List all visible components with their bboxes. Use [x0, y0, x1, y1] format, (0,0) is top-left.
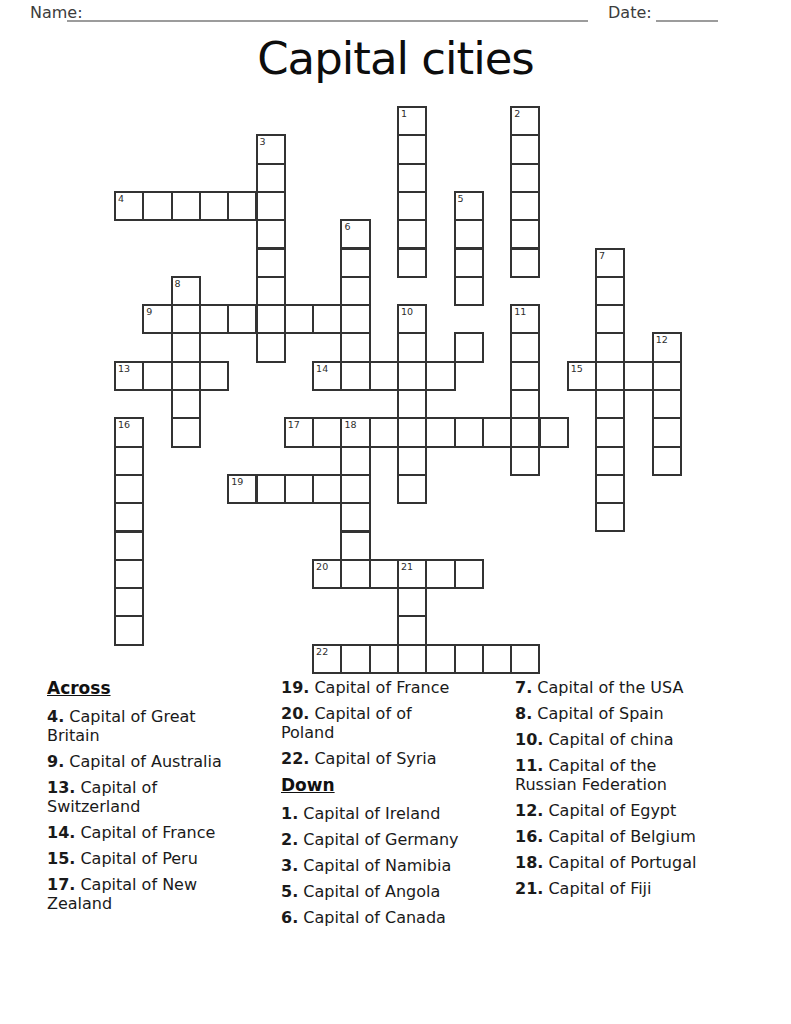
- grid-cell-r2c5[interactable]: [256, 163, 286, 193]
- grid-cell-r12c19[interactable]: [652, 446, 682, 476]
- grid-cell-r12c8[interactable]: [340, 446, 370, 476]
- cell-number: 12: [656, 334, 668, 345]
- cell-number: 1: [401, 108, 407, 119]
- clue-across-4: 4. Capital of Great Britain: [47, 707, 239, 745]
- grid-cell-r12c17[interactable]: [595, 446, 625, 476]
- grid-cell-r18c10[interactable]: [397, 615, 427, 645]
- grid-cell-r11c2[interactable]: [171, 417, 201, 447]
- grid-cell-r11c14[interactable]: [510, 417, 540, 447]
- cell-number: 19: [231, 476, 243, 487]
- grid-cell-r2c10[interactable]: [397, 163, 427, 193]
- clue-across-13: 13. Capital of Switzerland: [47, 778, 239, 816]
- grid-cell-r11c8[interactable]: 18: [340, 417, 370, 447]
- grid-cell-r11c17[interactable]: [595, 417, 625, 447]
- grid-cell-r6c2[interactable]: 8: [171, 276, 201, 306]
- grid-cell-r0c10[interactable]: 1: [397, 106, 427, 136]
- grid-cell-r8c14[interactable]: [510, 332, 540, 362]
- cell-number: 16: [118, 419, 130, 430]
- grid-cell-r9c10[interactable]: [397, 361, 427, 391]
- grid-cell-r12c0[interactable]: [114, 446, 144, 476]
- grid-cell-r11c19[interactable]: [652, 417, 682, 447]
- cell-number: 5: [458, 193, 464, 204]
- grid-cell-r16c8[interactable]: [340, 559, 370, 589]
- grid-cell-r11c11[interactable]: [425, 417, 455, 447]
- grid-cell-r9c17[interactable]: [595, 361, 625, 391]
- grid-cell-r14c8[interactable]: [340, 502, 370, 532]
- clue-across-17: 17. Capital of New Zealand: [47, 875, 239, 913]
- crossword-grid: 12345678910111213141516171819202122: [114, 106, 684, 676]
- clue-across-15: 15. Capital of Peru: [47, 849, 239, 868]
- grid-cell-r14c0[interactable]: [114, 502, 144, 532]
- clue-down-8: 8. Capital of Spain: [515, 704, 710, 723]
- grid-cell-r13c17[interactable]: [595, 474, 625, 504]
- cell-number: 6: [344, 221, 350, 232]
- grid-cell-r4c10[interactable]: [397, 219, 427, 249]
- grid-cell-r11c15[interactable]: [539, 417, 569, 447]
- grid-cell-r11c6[interactable]: 17: [284, 417, 314, 447]
- grid-cell-r9c16[interactable]: 15: [567, 361, 597, 391]
- grid-cell-r4c8[interactable]: 6: [340, 219, 370, 249]
- grid-cell-r12c10[interactable]: [397, 446, 427, 476]
- grid-cell-r13c0[interactable]: [114, 474, 144, 504]
- cell-number: 9: [146, 306, 152, 317]
- grid-cell-r8c10[interactable]: [397, 332, 427, 362]
- grid-cell-r13c5[interactable]: [256, 474, 286, 504]
- grid-cell-r16c0[interactable]: [114, 559, 144, 589]
- grid-cell-r5c12[interactable]: [454, 248, 484, 278]
- cell-number: 18: [344, 419, 356, 430]
- grid-cell-r9c14[interactable]: [510, 361, 540, 391]
- grid-cell-r11c7[interactable]: [312, 417, 342, 447]
- grid-cell-r7c2[interactable]: [171, 304, 201, 334]
- grid-cell-r8c17[interactable]: [595, 332, 625, 362]
- grid-cell-r13c8[interactable]: [340, 474, 370, 504]
- cell-number: 15: [571, 363, 583, 374]
- clue-down-18: 18. Capital of Portugal: [515, 853, 710, 872]
- cell-number: 4: [118, 193, 124, 204]
- grid-cell-r18c0[interactable]: [114, 615, 144, 645]
- clue-across-22: 22. Capital of Syria: [281, 749, 465, 768]
- clue-across-19: 19. Capital of France: [281, 678, 465, 697]
- grid-cell-r17c0[interactable]: [114, 587, 144, 617]
- grid-cell-r4c12[interactable]: [454, 219, 484, 249]
- clue-across-14: 14. Capital of France: [47, 823, 239, 842]
- grid-cell-r16c7[interactable]: 20: [312, 559, 342, 589]
- clue-down-3: 3. Capital of Namibia: [281, 856, 465, 875]
- clues-column-middle: 19. Capital of France20. Capital of of P…: [281, 678, 465, 934]
- grid-cell-r19c8[interactable]: [340, 644, 370, 674]
- grid-cell-r3c4[interactable]: [227, 191, 257, 221]
- grid-cell-r5c14[interactable]: [510, 248, 540, 278]
- grid-cell-r13c4[interactable]: 19: [227, 474, 257, 504]
- cell-number: 3: [260, 136, 266, 147]
- grid-cell-r3c1[interactable]: [142, 191, 172, 221]
- grid-cell-r7c1[interactable]: 9: [142, 304, 172, 334]
- grid-cell-r7c7[interactable]: [312, 304, 342, 334]
- grid-cell-r2c14[interactable]: [510, 163, 540, 193]
- clue-down-11: 11. Capital of the Russian Federation: [515, 756, 710, 794]
- grid-cell-r6c8[interactable]: [340, 276, 370, 306]
- clue-across-9: 9. Capital of Australia: [47, 752, 239, 771]
- puzzle-title: Capital cities: [0, 36, 791, 81]
- grid-cell-r5c5[interactable]: [256, 248, 286, 278]
- grid-cell-r1c10[interactable]: [397, 134, 427, 164]
- grid-cell-r11c12[interactable]: [454, 417, 484, 447]
- cell-number: 13: [118, 363, 130, 374]
- grid-cell-r7c4[interactable]: [227, 304, 257, 334]
- cell-number: 7: [599, 250, 605, 261]
- clue-down-2: 2. Capital of Germany: [281, 830, 465, 849]
- cell-number: 10: [401, 306, 413, 317]
- grid-cell-r19c12[interactable]: [454, 644, 484, 674]
- grid-cell-r7c8[interactable]: [340, 304, 370, 334]
- grid-cell-r16c12[interactable]: [454, 559, 484, 589]
- name-input-line[interactable]: [67, 4, 588, 22]
- grid-cell-r6c17[interactable]: [595, 276, 625, 306]
- clue-down-10: 10. Capital of china: [515, 730, 710, 749]
- grid-cell-r10c17[interactable]: [595, 389, 625, 419]
- clue-down-16: 16. Capital of Belgium: [515, 827, 710, 846]
- grid-cell-r7c14[interactable]: 11: [510, 304, 540, 334]
- grid-cell-r3c2[interactable]: [171, 191, 201, 221]
- grid-cell-r19c7[interactable]: 22: [312, 644, 342, 674]
- grid-cell-r11c9[interactable]: [369, 417, 399, 447]
- grid-cell-r12c14[interactable]: [510, 446, 540, 476]
- grid-cell-r4c5[interactable]: [256, 219, 286, 249]
- grid-cell-r15c8[interactable]: [340, 531, 370, 561]
- grid-cell-r6c12[interactable]: [454, 276, 484, 306]
- cell-number: 22: [316, 646, 328, 657]
- cell-number: 21: [401, 561, 413, 572]
- grid-cell-r9c18[interactable]: [623, 361, 653, 391]
- grid-cell-r16c10[interactable]: 21: [397, 559, 427, 589]
- grid-cell-r19c13[interactable]: [482, 644, 512, 674]
- grid-cell-r7c3[interactable]: [199, 304, 229, 334]
- grid-cell-r3c5[interactable]: [256, 191, 286, 221]
- grid-cell-r4c14[interactable]: [510, 219, 540, 249]
- grid-cell-r9c11[interactable]: [425, 361, 455, 391]
- grid-cell-r17c10[interactable]: [397, 587, 427, 617]
- across-heading: Across: [47, 678, 239, 698]
- grid-cell-r10c19[interactable]: [652, 389, 682, 419]
- grid-cell-r7c10[interactable]: 10: [397, 304, 427, 334]
- grid-cell-r9c7[interactable]: 14: [312, 361, 342, 391]
- grid-cell-r19c14[interactable]: [510, 644, 540, 674]
- grid-cell-r7c17[interactable]: [595, 304, 625, 334]
- grid-cell-r3c3[interactable]: [199, 191, 229, 221]
- cell-number: 20: [316, 561, 328, 572]
- grid-cell-r9c8[interactable]: [340, 361, 370, 391]
- clue-down-21: 21. Capital of Fiji: [515, 879, 710, 898]
- grid-cell-r7c5[interactable]: [256, 304, 286, 334]
- grid-cell-r0c14[interactable]: 2: [510, 106, 540, 136]
- grid-cell-r16c11[interactable]: [425, 559, 455, 589]
- grid-cell-r9c9[interactable]: [369, 361, 399, 391]
- grid-cell-r19c9[interactable]: [369, 644, 399, 674]
- grid-cell-r15c0[interactable]: [114, 531, 144, 561]
- clue-down-6: 6. Capital of Canada: [281, 908, 465, 927]
- grid-cell-r19c11[interactable]: [425, 644, 455, 674]
- grid-cell-r5c10[interactable]: [397, 248, 427, 278]
- grid-cell-r16c9[interactable]: [369, 559, 399, 589]
- grid-cell-r11c10[interactable]: [397, 417, 427, 447]
- grid-cell-r3c0[interactable]: 4: [114, 191, 144, 221]
- down-heading: Down: [281, 775, 465, 795]
- grid-cell-r14c17[interactable]: [595, 502, 625, 532]
- cell-number: 8: [175, 278, 181, 289]
- clues-column-right: 7. Capital of the USA8. Capital of Spain…: [515, 678, 710, 905]
- grid-cell-r10c10[interactable]: [397, 389, 427, 419]
- grid-cell-r9c0[interactable]: 13: [114, 361, 144, 391]
- grid-cell-r13c10[interactable]: [397, 474, 427, 504]
- clue-down-5: 5. Capital of Angola: [281, 882, 465, 901]
- grid-cell-r13c6[interactable]: [284, 474, 314, 504]
- grid-cell-r3c10[interactable]: [397, 191, 427, 221]
- cell-number: 2: [514, 108, 520, 119]
- cell-number: 14: [316, 363, 328, 374]
- grid-cell-r3c12[interactable]: 5: [454, 191, 484, 221]
- grid-cell-r9c3[interactable]: [199, 361, 229, 391]
- grid-cell-r8c2[interactable]: [171, 332, 201, 362]
- grid-cell-r11c13[interactable]: [482, 417, 512, 447]
- grid-cell-r5c8[interactable]: [340, 248, 370, 278]
- grid-cell-r8c19[interactable]: 12: [652, 332, 682, 362]
- grid-cell-r3c14[interactable]: [510, 191, 540, 221]
- cell-number: 17: [288, 419, 300, 430]
- clue-down-1: 1. Capital of Ireland: [281, 804, 465, 823]
- clues-column-left: Across4. Capital of Great Britain9. Capi…: [47, 678, 239, 920]
- grid-cell-r19c10[interactable]: [397, 644, 427, 674]
- cell-number: 11: [514, 306, 526, 317]
- date-label: Date:: [608, 3, 652, 22]
- grid-cell-r9c19[interactable]: [652, 361, 682, 391]
- clue-down-12: 12. Capital of Egypt: [515, 801, 710, 820]
- grid-cell-r6c5[interactable]: [256, 276, 286, 306]
- grid-cell-r9c2[interactable]: [171, 361, 201, 391]
- grid-cell-r5c17[interactable]: 7: [595, 248, 625, 278]
- grid-cell-r1c14[interactable]: [510, 134, 540, 164]
- grid-cell-r8c12[interactable]: [454, 332, 484, 362]
- date-input-line[interactable]: [656, 4, 718, 22]
- grid-cell-r13c7[interactable]: [312, 474, 342, 504]
- grid-cell-r8c5[interactable]: [256, 332, 286, 362]
- grid-cell-r11c0[interactable]: 16: [114, 417, 144, 447]
- grid-cell-r1c5[interactable]: 3: [256, 134, 286, 164]
- grid-cell-r10c14[interactable]: [510, 389, 540, 419]
- clue-across-20: 20. Capital of of Poland: [281, 704, 465, 742]
- grid-cell-r8c8[interactable]: [340, 332, 370, 362]
- grid-cell-r7c6[interactable]: [284, 304, 314, 334]
- grid-cell-r10c2[interactable]: [171, 389, 201, 419]
- clue-down-7: 7. Capital of the USA: [515, 678, 710, 697]
- grid-cell-r9c1[interactable]: [142, 361, 172, 391]
